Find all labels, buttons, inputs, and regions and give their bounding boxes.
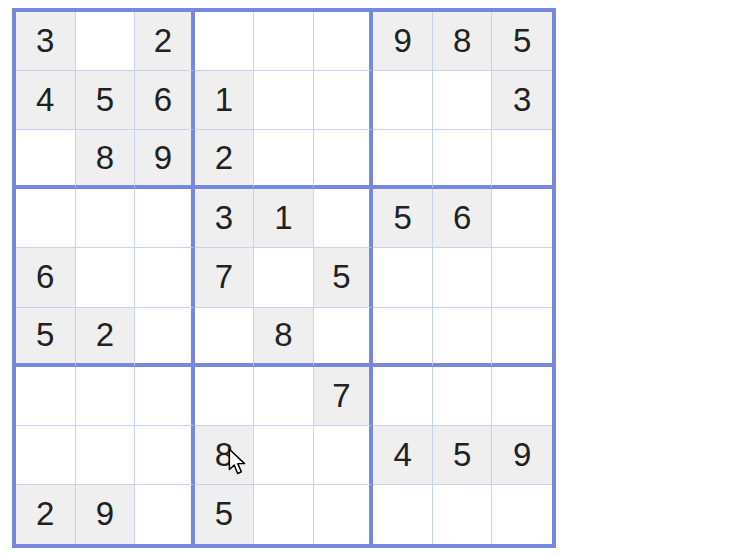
- cell-r9c2[interactable]: 9: [76, 485, 136, 544]
- cell-r7c4[interactable]: [195, 367, 255, 426]
- cell-r8c1[interactable]: [16, 426, 76, 485]
- cell-r9c4[interactable]: 5: [195, 485, 255, 544]
- cell-r2c1[interactable]: 4: [16, 71, 76, 130]
- cell-r7c9[interactable]: [492, 367, 552, 426]
- cell-r7c1[interactable]: [16, 367, 76, 426]
- cell-r6c2[interactable]: 2: [76, 308, 136, 367]
- cell-r1c4[interactable]: [195, 12, 255, 71]
- cell-r6c5[interactable]: 8: [254, 308, 314, 367]
- cell-r4c9[interactable]: [492, 189, 552, 248]
- cell-r5c8[interactable]: [433, 248, 493, 307]
- cell-r2c6[interactable]: [314, 71, 374, 130]
- cell-r7c7[interactable]: [373, 367, 433, 426]
- cell-r5c5[interactable]: [254, 248, 314, 307]
- cell-r2c8[interactable]: [433, 71, 493, 130]
- cell-r8c5[interactable]: [254, 426, 314, 485]
- cell-r7c6[interactable]: 7: [314, 367, 374, 426]
- cell-r5c9[interactable]: [492, 248, 552, 307]
- cell-r1c1[interactable]: 3: [16, 12, 76, 71]
- cell-r2c5[interactable]: [254, 71, 314, 130]
- cell-r6c8[interactable]: [433, 308, 493, 367]
- cell-r7c8[interactable]: [433, 367, 493, 426]
- cell-r8c7[interactable]: 4: [373, 426, 433, 485]
- cell-r9c1[interactable]: 2: [16, 485, 76, 544]
- cell-r5c3[interactable]: [135, 248, 195, 307]
- cell-r2c7[interactable]: [373, 71, 433, 130]
- cell-r4c1[interactable]: [16, 189, 76, 248]
- cell-r4c8[interactable]: 6: [433, 189, 493, 248]
- cell-r1c9[interactable]: 5: [492, 12, 552, 71]
- cell-r5c6[interactable]: 5: [314, 248, 374, 307]
- cell-r3c4[interactable]: 2: [195, 130, 255, 189]
- sudoku-app: 3298545613892315667552878459295: [0, 0, 754, 556]
- cell-r5c1[interactable]: 6: [16, 248, 76, 307]
- cell-r2c2[interactable]: 5: [76, 71, 136, 130]
- cell-r5c4[interactable]: 7: [195, 248, 255, 307]
- cell-r1c2[interactable]: [76, 12, 136, 71]
- cell-r6c9[interactable]: [492, 308, 552, 367]
- cell-r8c4[interactable]: 8: [195, 426, 255, 485]
- cell-r9c6[interactable]: [314, 485, 374, 544]
- cell-r4c2[interactable]: [76, 189, 136, 248]
- cell-r8c2[interactable]: [76, 426, 136, 485]
- cell-r8c6[interactable]: [314, 426, 374, 485]
- cell-r9c9[interactable]: [492, 485, 552, 544]
- cell-r2c3[interactable]: 6: [135, 71, 195, 130]
- cell-r8c9[interactable]: 9: [492, 426, 552, 485]
- cell-r5c7[interactable]: [373, 248, 433, 307]
- cell-r8c3[interactable]: [135, 426, 195, 485]
- cell-r2c4[interactable]: 1: [195, 71, 255, 130]
- cell-r6c6[interactable]: [314, 308, 374, 367]
- cell-r9c7[interactable]: [373, 485, 433, 544]
- cell-r3c3[interactable]: 9: [135, 130, 195, 189]
- cell-r7c3[interactable]: [135, 367, 195, 426]
- cell-r9c3[interactable]: [135, 485, 195, 544]
- cell-r3c7[interactable]: [373, 130, 433, 189]
- cell-r3c6[interactable]: [314, 130, 374, 189]
- cell-r4c3[interactable]: [135, 189, 195, 248]
- cell-r4c6[interactable]: [314, 189, 374, 248]
- cell-r3c1[interactable]: [16, 130, 76, 189]
- cell-r9c8[interactable]: [433, 485, 493, 544]
- cell-r6c7[interactable]: [373, 308, 433, 367]
- cell-r6c3[interactable]: [135, 308, 195, 367]
- cell-r1c3[interactable]: 2: [135, 12, 195, 71]
- cell-r4c7[interactable]: 5: [373, 189, 433, 248]
- cell-r4c4[interactable]: 3: [195, 189, 255, 248]
- cell-r4c5[interactable]: 1: [254, 189, 314, 248]
- cell-r7c5[interactable]: [254, 367, 314, 426]
- cell-r6c1[interactable]: 5: [16, 308, 76, 367]
- cell-r1c5[interactable]: [254, 12, 314, 71]
- cell-r1c6[interactable]: [314, 12, 374, 71]
- cell-r6c4[interactable]: [195, 308, 255, 367]
- cell-r3c8[interactable]: [433, 130, 493, 189]
- cell-r3c9[interactable]: [492, 130, 552, 189]
- cell-r2c9[interactable]: 3: [492, 71, 552, 130]
- cell-r1c8[interactable]: 8: [433, 12, 493, 71]
- cell-r8c8[interactable]: 5: [433, 426, 493, 485]
- cell-r5c2[interactable]: [76, 248, 136, 307]
- sudoku-board: 3298545613892315667552878459295: [12, 8, 556, 548]
- cell-r7c2[interactable]: [76, 367, 136, 426]
- cell-r3c2[interactable]: 8: [76, 130, 136, 189]
- cell-r1c7[interactable]: 9: [373, 12, 433, 71]
- cell-r9c5[interactable]: [254, 485, 314, 544]
- cell-r3c5[interactable]: [254, 130, 314, 189]
